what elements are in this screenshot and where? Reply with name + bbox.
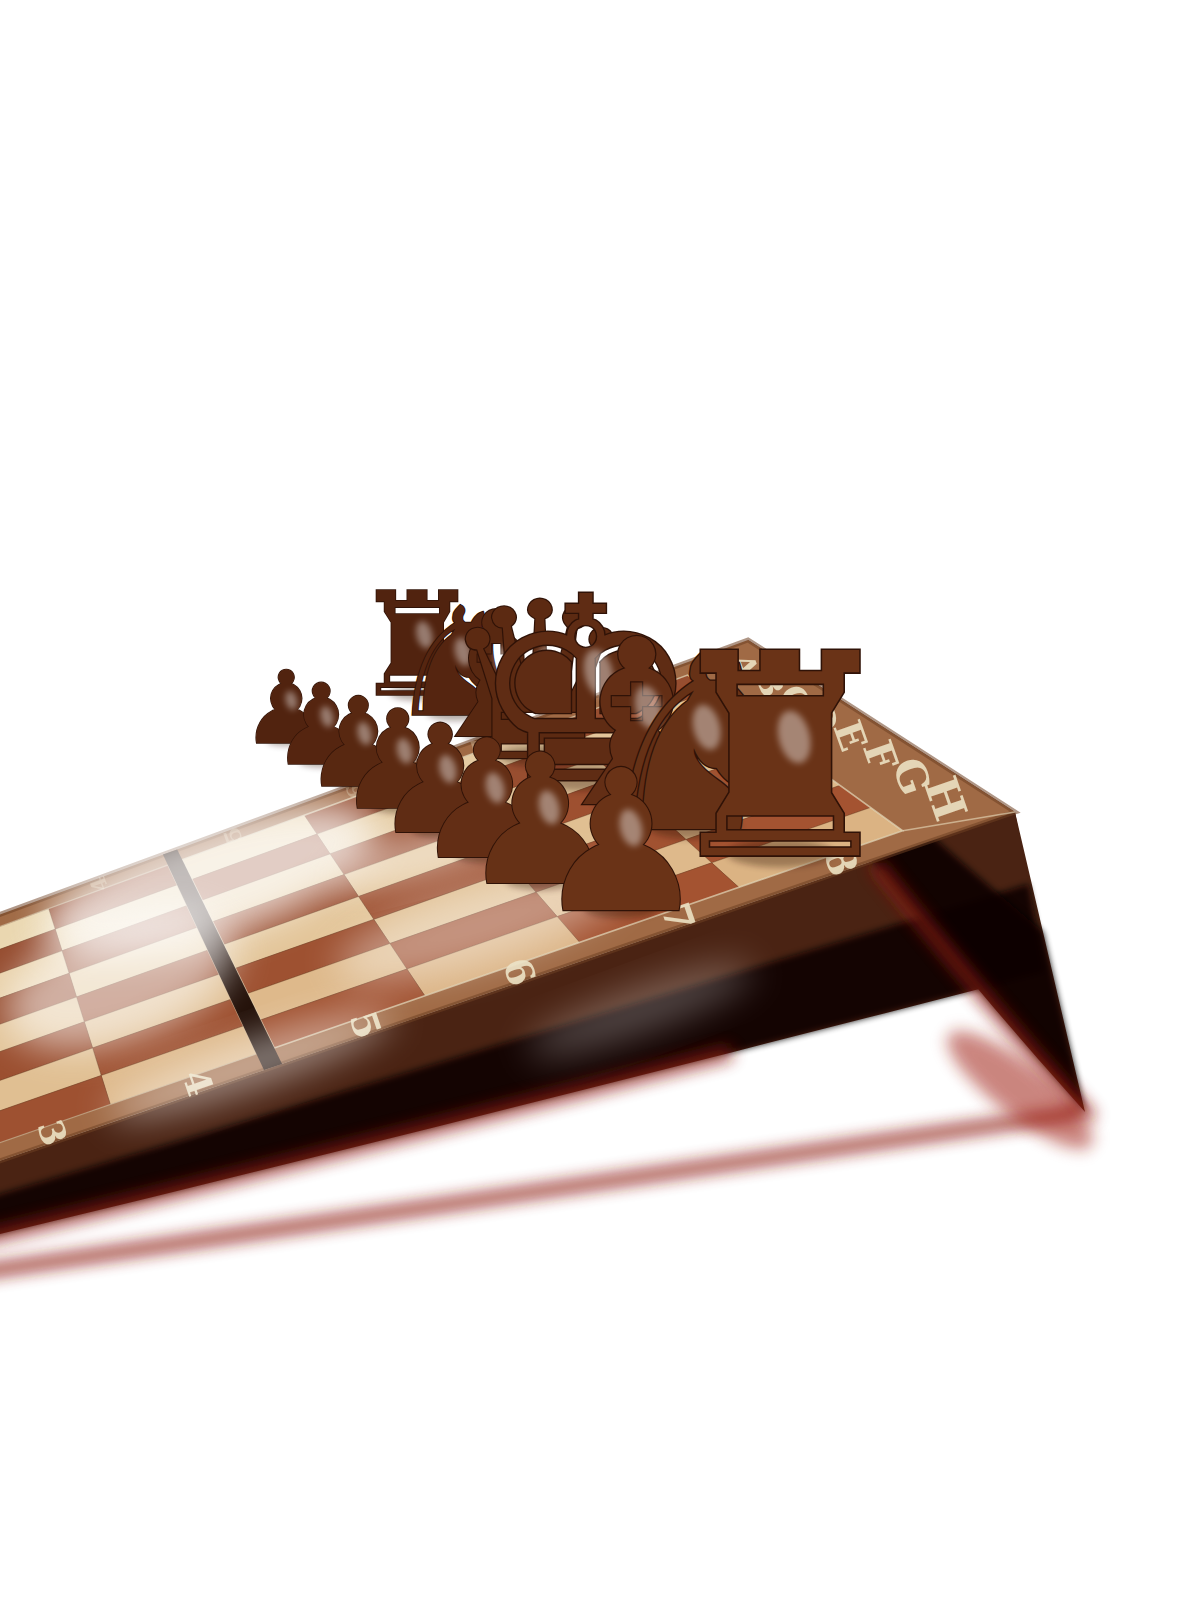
product-photo-scene: Wooden folding magnetic chess set photog… [0,0,1200,1600]
chessboard-photo: 1122334455667788ABCDEFGH♜♞♝♟♛♟♚♟♝♟♞♟♜♟♟♟ [0,0,1200,1600]
piece-dark-pawn-h7: ♟ [533,728,709,956]
